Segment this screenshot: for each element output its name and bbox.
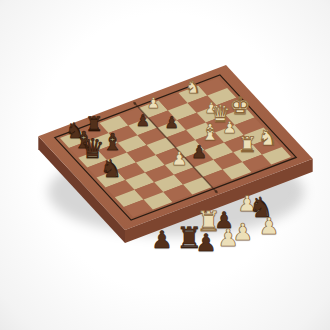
white-knight[interactable]: ♞ (185, 79, 201, 97)
white-pawn-captured[interactable]: ♟ (259, 215, 280, 238)
white-pawn-captured[interactable]: ♟ (217, 227, 238, 251)
black-pawn[interactable]: ♟ (165, 115, 179, 131)
black-pawn-captured[interactable]: ♟ (195, 231, 217, 255)
black-bishop[interactable]: ♝ (102, 131, 123, 154)
black-pawn[interactable]: ♟ (136, 113, 150, 129)
black-pawn-captured[interactable]: ♟ (151, 229, 172, 253)
white-king[interactable]: ♚ (229, 95, 250, 119)
white-pawn[interactable]: ♟ (147, 96, 160, 111)
chess-board (0, 0, 330, 330)
hinge-dot-far (134, 102, 137, 105)
hinge-dot-near (215, 190, 218, 193)
white-pawn[interactable]: ♟ (222, 119, 237, 135)
black-knight[interactable]: ♞ (100, 157, 122, 182)
white-pawn[interactable]: ♟ (171, 150, 188, 168)
black-pawn[interactable]: ♟ (191, 143, 207, 161)
white-knight[interactable]: ♞ (258, 127, 278, 149)
white-rook[interactable]: ♜ (238, 135, 257, 157)
photo-scene: ♞♟♟♚♛♟♟♜♟♞♝♞♝♝♜♟♛♟♞♟♞♟♜♟♟♟♟♜♟ (0, 0, 330, 330)
